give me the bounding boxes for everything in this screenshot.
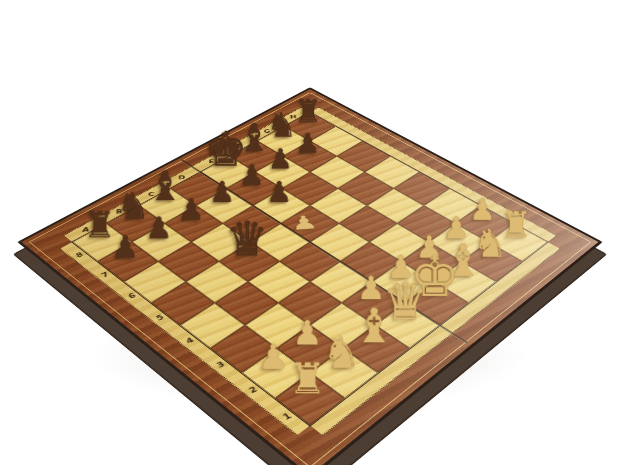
product-photo-scene: ABCDEFGH 87654321 ♜♟♜♞♟♟♞♝♟♟♝♚♟♟♟♟♚♟♟♛♝♟… <box>0 0 620 465</box>
black-pawn-icon: ♟ <box>268 145 293 173</box>
black-pawn-icon: ♟ <box>178 195 204 224</box>
white-knight-icon: ♞ <box>322 331 361 375</box>
black-pawn-icon: ♟ <box>296 130 320 157</box>
white-pawn-icon: ♟ <box>292 316 322 350</box>
black-pawn-icon: ♟ <box>266 178 292 207</box>
white-pawn-icon: ♟ <box>258 340 289 374</box>
black-pawn-icon: ♟ <box>111 232 139 263</box>
black-rook-icon: ♜ <box>83 207 115 243</box>
white-pawn-icon: ♟ <box>289 212 319 232</box>
black-pawn-icon: ♟ <box>209 178 235 207</box>
white-rook-icon: ♜ <box>288 358 326 400</box>
black-pawn-icon: ♟ <box>239 161 264 189</box>
black-rook-icon: ♜ <box>294 96 322 127</box>
black-pawn-icon: ♟ <box>145 213 172 243</box>
black-queen-icon: ♛ <box>225 215 268 263</box>
black-knight-icon: ♞ <box>116 187 149 224</box>
